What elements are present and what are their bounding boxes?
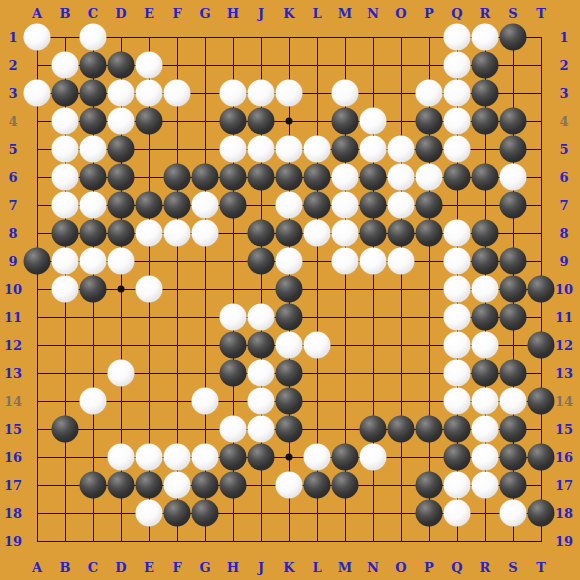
stone-black-D8[interactable] (108, 220, 135, 247)
stone-white-D4[interactable] (108, 108, 135, 135)
stone-white-N4[interactable] (360, 108, 387, 135)
row-label-left-4: 4 (8, 115, 17, 128)
stone-white-B2[interactable] (52, 52, 79, 79)
stone-black-K13[interactable] (276, 360, 303, 387)
stone-black-R13[interactable] (472, 360, 499, 387)
stone-white-K5[interactable] (276, 136, 303, 163)
go-board: AABBCCDDEEFFGGHHJJKKLLMMNNOOPPQQRRSSTT11… (0, 0, 580, 580)
column-label-top-F: F (172, 7, 181, 20)
stone-black-F7[interactable] (164, 192, 191, 219)
column-label-bottom-H: H (227, 561, 239, 574)
row-label-left-12: 12 (4, 339, 22, 352)
stone-black-J9[interactable] (248, 248, 275, 275)
row-label-right-5: 5 (559, 143, 568, 156)
stone-white-K7[interactable] (276, 192, 303, 219)
stone-black-B8[interactable] (52, 220, 79, 247)
stone-white-B9[interactable] (52, 248, 79, 275)
stone-black-G18[interactable] (192, 500, 219, 527)
stone-white-J5[interactable] (248, 136, 275, 163)
stone-white-F17[interactable] (164, 472, 191, 499)
stone-white-N5[interactable] (360, 136, 387, 163)
row-label-left-10: 10 (4, 283, 22, 296)
row-label-left-8: 8 (8, 227, 17, 240)
row-label-left-9: 9 (8, 255, 17, 268)
stone-white-B5[interactable] (52, 136, 79, 163)
stone-black-J16[interactable] (248, 444, 275, 471)
column-label-top-Q: Q (451, 7, 462, 20)
stone-black-Q15[interactable] (444, 416, 471, 443)
stone-black-O8[interactable] (388, 220, 415, 247)
stone-black-R3[interactable] (472, 80, 499, 107)
column-label-bottom-S: S (508, 561, 517, 574)
stone-white-H11[interactable] (220, 304, 247, 331)
stone-white-G7[interactable] (192, 192, 219, 219)
stone-white-J15[interactable] (248, 416, 275, 443)
row-label-left-19: 19 (4, 535, 22, 548)
row-label-right-10: 10 (555, 283, 573, 296)
stone-black-K8[interactable] (276, 220, 303, 247)
stone-black-E17[interactable] (136, 472, 163, 499)
stone-white-G8[interactable] (192, 220, 219, 247)
stone-black-H4[interactable] (220, 108, 247, 135)
row-label-left-2: 2 (8, 59, 17, 72)
stone-black-C10[interactable] (80, 276, 107, 303)
column-label-top-C: C (88, 7, 98, 20)
row-label-right-3: 3 (559, 87, 568, 100)
stone-white-E18[interactable] (136, 500, 163, 527)
stone-black-C4[interactable] (80, 108, 107, 135)
stone-black-P8[interactable] (416, 220, 443, 247)
row-label-right-2: 2 (559, 59, 568, 72)
stone-white-C14[interactable] (80, 388, 107, 415)
stone-black-C17[interactable] (80, 472, 107, 499)
column-label-bottom-R: R (480, 561, 491, 574)
stone-white-S18[interactable] (500, 500, 527, 527)
stone-white-C1[interactable] (80, 24, 107, 51)
stone-black-H12[interactable] (220, 332, 247, 359)
stone-black-L17[interactable] (304, 472, 331, 499)
stone-white-R10[interactable] (472, 276, 499, 303)
stone-black-N15[interactable] (360, 416, 387, 443)
column-label-bottom-D: D (115, 561, 126, 574)
stone-black-K6[interactable] (276, 164, 303, 191)
stone-black-J12[interactable] (248, 332, 275, 359)
stone-black-R11[interactable] (472, 304, 499, 331)
column-label-bottom-J: J (258, 561, 264, 574)
stone-white-B10[interactable] (52, 276, 79, 303)
row-label-right-4: 4 (559, 115, 568, 128)
stone-black-H7[interactable] (220, 192, 247, 219)
stone-white-O6[interactable] (388, 164, 415, 191)
stone-black-M17[interactable] (332, 472, 359, 499)
stone-white-E8[interactable] (136, 220, 163, 247)
stone-white-P6[interactable] (416, 164, 443, 191)
stone-white-M9[interactable] (332, 248, 359, 275)
stone-white-E10[interactable] (136, 276, 163, 303)
stone-white-S14[interactable] (500, 388, 527, 415)
column-label-bottom-M: M (338, 561, 352, 574)
stone-white-A3[interactable] (24, 80, 51, 107)
stone-white-J13[interactable] (248, 360, 275, 387)
star-point-K16 (286, 454, 293, 461)
stone-black-J4[interactable] (248, 108, 275, 135)
stone-black-S7[interactable] (500, 192, 527, 219)
stone-white-K17[interactable] (276, 472, 303, 499)
column-label-bottom-L: L (312, 561, 321, 574)
stone-white-R15[interactable] (472, 416, 499, 443)
stone-black-R2[interactable] (472, 52, 499, 79)
stone-black-P5[interactable] (416, 136, 443, 163)
column-label-top-N: N (367, 7, 379, 20)
column-label-top-A: A (32, 7, 42, 20)
stone-black-N8[interactable] (360, 220, 387, 247)
stone-white-L5[interactable] (304, 136, 331, 163)
stone-black-M16[interactable] (332, 444, 359, 471)
column-label-top-J: J (258, 7, 264, 20)
stone-black-S11[interactable] (500, 304, 527, 331)
stone-white-J14[interactable] (248, 388, 275, 415)
column-label-bottom-G: G (199, 561, 210, 574)
column-label-top-O: O (395, 7, 406, 20)
stone-black-S17[interactable] (500, 472, 527, 499)
column-label-top-K: K (283, 7, 294, 20)
stone-black-J8[interactable] (248, 220, 275, 247)
stone-black-E7[interactable] (136, 192, 163, 219)
stone-white-N9[interactable] (360, 248, 387, 275)
row-label-left-7: 7 (8, 199, 17, 212)
stone-black-S15[interactable] (500, 416, 527, 443)
stone-black-L6[interactable] (304, 164, 331, 191)
stone-white-E3[interactable] (136, 80, 163, 107)
stone-white-E2[interactable] (136, 52, 163, 79)
column-label-top-S: S (508, 7, 517, 20)
stone-black-P17[interactable] (416, 472, 443, 499)
row-label-left-6: 6 (8, 171, 17, 184)
stone-black-S16[interactable] (500, 444, 527, 471)
row-label-right-11: 11 (555, 311, 573, 324)
row-label-left-15: 15 (4, 423, 22, 436)
column-label-bottom-O: O (395, 561, 406, 574)
stone-white-R12[interactable] (472, 332, 499, 359)
stone-white-R1[interactable] (472, 24, 499, 51)
stone-black-T18[interactable] (528, 500, 555, 527)
stone-white-B7[interactable] (52, 192, 79, 219)
stone-white-G14[interactable] (192, 388, 219, 415)
stone-black-D5[interactable] (108, 136, 135, 163)
row-label-left-1: 1 (8, 31, 17, 44)
stone-black-T14[interactable] (528, 388, 555, 415)
stone-white-G16[interactable] (192, 444, 219, 471)
row-label-right-9: 9 (559, 255, 568, 268)
stone-black-T16[interactable] (528, 444, 555, 471)
stone-black-K15[interactable] (276, 416, 303, 443)
stone-black-L7[interactable] (304, 192, 331, 219)
row-label-left-3: 3 (8, 87, 17, 100)
stone-white-L8[interactable] (304, 220, 331, 247)
row-label-left-16: 16 (4, 451, 22, 464)
column-label-bottom-T: T (536, 561, 546, 574)
stone-black-R9[interactable] (472, 248, 499, 275)
stone-white-D16[interactable] (108, 444, 135, 471)
stone-white-H3[interactable] (220, 80, 247, 107)
stone-white-C7[interactable] (80, 192, 107, 219)
stone-white-B6[interactable] (52, 164, 79, 191)
column-label-bottom-A: A (32, 561, 42, 574)
stone-white-K9[interactable] (276, 248, 303, 275)
stone-black-C3[interactable] (80, 80, 107, 107)
stone-black-P4[interactable] (416, 108, 443, 135)
stone-white-K3[interactable] (276, 80, 303, 107)
stone-black-R6[interactable] (472, 164, 499, 191)
stone-white-Q5[interactable] (444, 136, 471, 163)
stone-white-Q1[interactable] (444, 24, 471, 51)
stone-white-M7[interactable] (332, 192, 359, 219)
stone-black-A9[interactable] (24, 248, 51, 275)
stone-white-Q17[interactable] (444, 472, 471, 499)
stone-white-Q9[interactable] (444, 248, 471, 275)
stone-white-B4[interactable] (52, 108, 79, 135)
row-label-left-13: 13 (4, 367, 22, 380)
stone-white-Q8[interactable] (444, 220, 471, 247)
column-label-top-E: E (144, 7, 154, 20)
stone-white-M6[interactable] (332, 164, 359, 191)
stone-white-Q10[interactable] (444, 276, 471, 303)
stone-black-S5[interactable] (500, 136, 527, 163)
stone-white-C9[interactable] (80, 248, 107, 275)
stone-black-P15[interactable] (416, 416, 443, 443)
stone-white-Q11[interactable] (444, 304, 471, 331)
stone-black-Q6[interactable] (444, 164, 471, 191)
column-label-bottom-K: K (283, 561, 294, 574)
star-point-D10 (118, 286, 125, 293)
stone-white-O9[interactable] (388, 248, 415, 275)
row-label-right-15: 15 (555, 423, 573, 436)
stone-black-E4[interactable] (136, 108, 163, 135)
stone-white-H5[interactable] (220, 136, 247, 163)
stone-black-N7[interactable] (360, 192, 387, 219)
column-label-top-M: M (338, 7, 352, 20)
stone-white-J3[interactable] (248, 80, 275, 107)
row-label-right-19: 19 (555, 535, 573, 548)
stone-black-F18[interactable] (164, 500, 191, 527)
stone-white-M3[interactable] (332, 80, 359, 107)
stone-white-C5[interactable] (80, 136, 107, 163)
stone-white-S6[interactable] (500, 164, 527, 191)
stone-black-C2[interactable] (80, 52, 107, 79)
stone-black-J6[interactable] (248, 164, 275, 191)
column-label-bottom-F: F (172, 561, 181, 574)
stone-black-B3[interactable] (52, 80, 79, 107)
row-label-left-11: 11 (4, 311, 22, 324)
column-label-bottom-E: E (144, 561, 154, 574)
column-label-bottom-C: C (88, 561, 98, 574)
row-label-left-14: 14 (4, 395, 22, 408)
column-label-top-G: G (199, 7, 210, 20)
stone-black-B15[interactable] (52, 416, 79, 443)
stone-white-D13[interactable] (108, 360, 135, 387)
stone-white-D9[interactable] (108, 248, 135, 275)
row-label-left-18: 18 (4, 507, 22, 520)
stone-white-Q12[interactable] (444, 332, 471, 359)
stone-black-S1[interactable] (500, 24, 527, 51)
column-label-top-B: B (60, 7, 71, 20)
stone-white-H15[interactable] (220, 416, 247, 443)
stone-black-D2[interactable] (108, 52, 135, 79)
row-label-right-14: 14 (555, 395, 573, 408)
stone-black-T12[interactable] (528, 332, 555, 359)
stone-black-D6[interactable] (108, 164, 135, 191)
stone-black-G6[interactable] (192, 164, 219, 191)
stone-white-Q18[interactable] (444, 500, 471, 527)
stone-black-O15[interactable] (388, 416, 415, 443)
stone-white-P3[interactable] (416, 80, 443, 107)
column-label-top-L: L (312, 7, 321, 20)
column-label-bottom-N: N (367, 561, 379, 574)
column-label-top-R: R (480, 7, 491, 20)
stone-black-G17[interactable] (192, 472, 219, 499)
stone-black-N6[interactable] (360, 164, 387, 191)
stone-white-F16[interactable] (164, 444, 191, 471)
stone-black-P18[interactable] (416, 500, 443, 527)
stone-black-D7[interactable] (108, 192, 135, 219)
row-label-right-6: 6 (559, 171, 568, 184)
stone-black-C6[interactable] (80, 164, 107, 191)
stone-white-R16[interactable] (472, 444, 499, 471)
stone-black-K14[interactable] (276, 388, 303, 415)
stone-black-H13[interactable] (220, 360, 247, 387)
stone-white-O7[interactable] (388, 192, 415, 219)
stone-white-Q4[interactable] (444, 108, 471, 135)
stone-white-L12[interactable] (304, 332, 331, 359)
stone-black-P7[interactable] (416, 192, 443, 219)
stone-white-J11[interactable] (248, 304, 275, 331)
stone-black-R4[interactable] (472, 108, 499, 135)
column-label-bottom-Q: Q (451, 561, 462, 574)
stone-black-F6[interactable] (164, 164, 191, 191)
stone-black-S13[interactable] (500, 360, 527, 387)
row-label-right-7: 7 (559, 199, 568, 212)
stone-white-E16[interactable] (136, 444, 163, 471)
stone-black-K11[interactable] (276, 304, 303, 331)
row-label-right-13: 13 (555, 367, 573, 380)
row-label-right-16: 16 (555, 451, 573, 464)
stone-white-A1[interactable] (24, 24, 51, 51)
stone-black-S4[interactable] (500, 108, 527, 135)
stone-white-D3[interactable] (108, 80, 135, 107)
stone-white-F3[interactable] (164, 80, 191, 107)
row-label-right-8: 8 (559, 227, 568, 240)
stone-black-K10[interactable] (276, 276, 303, 303)
stone-black-D17[interactable] (108, 472, 135, 499)
stone-white-M8[interactable] (332, 220, 359, 247)
row-label-right-12: 12 (555, 339, 573, 352)
column-label-top-H: H (227, 7, 239, 20)
stone-black-H6[interactable] (220, 164, 247, 191)
stone-white-L16[interactable] (304, 444, 331, 471)
row-label-right-1: 1 (559, 31, 568, 44)
stone-white-F8[interactable] (164, 220, 191, 247)
column-label-bottom-B: B (60, 561, 71, 574)
row-label-left-17: 17 (4, 479, 22, 492)
stone-black-S9[interactable] (500, 248, 527, 275)
stone-white-N16[interactable] (360, 444, 387, 471)
stone-white-O5[interactable] (388, 136, 415, 163)
stone-black-H17[interactable] (220, 472, 247, 499)
stone-black-Q16[interactable] (444, 444, 471, 471)
column-label-bottom-P: P (424, 561, 434, 574)
row-label-right-17: 17 (555, 479, 573, 492)
stone-white-Q3[interactable] (444, 80, 471, 107)
stone-white-Q14[interactable] (444, 388, 471, 415)
stone-white-Q2[interactable] (444, 52, 471, 79)
stone-white-R14[interactable] (472, 388, 499, 415)
stone-white-Q13[interactable] (444, 360, 471, 387)
stone-white-R17[interactable] (472, 472, 499, 499)
stone-black-C8[interactable] (80, 220, 107, 247)
column-label-top-T: T (536, 7, 546, 20)
stone-black-R8[interactable] (472, 220, 499, 247)
star-point-K4 (286, 118, 293, 125)
stone-black-S10[interactable] (500, 276, 527, 303)
stone-black-M4[interactable] (332, 108, 359, 135)
column-label-top-D: D (115, 7, 126, 20)
stone-black-T10[interactable] (528, 276, 555, 303)
row-label-left-5: 5 (8, 143, 17, 156)
column-label-top-P: P (424, 7, 434, 20)
stone-white-K12[interactable] (276, 332, 303, 359)
row-label-right-18: 18 (555, 507, 573, 520)
stone-black-M5[interactable] (332, 136, 359, 163)
stone-black-H16[interactable] (220, 444, 247, 471)
